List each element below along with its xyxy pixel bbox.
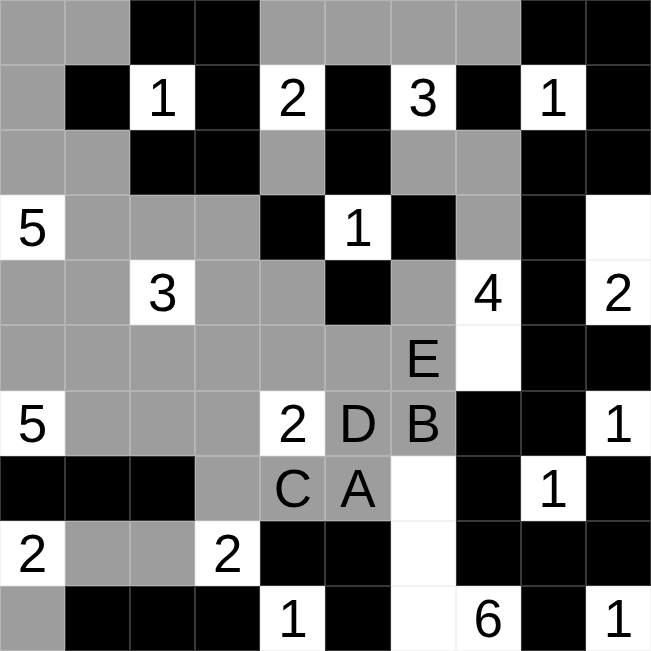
covered-cell[interactable] [65,130,130,195]
mine-cell [260,195,325,260]
number-cell: 2 [0,521,65,586]
covered-cell[interactable] [130,521,195,586]
covered-cell[interactable] [456,130,521,195]
number-cell: 5 [0,391,65,456]
mine-cell [521,0,586,65]
number-cell: 1 [260,586,325,651]
number-cell: 5 [0,195,65,260]
covered-cell[interactable] [325,0,390,65]
mine-cell [456,456,521,521]
mine-cell [586,521,651,586]
covered-cell[interactable] [325,325,390,390]
option-cell-a[interactable]: A [325,456,390,521]
covered-cell[interactable] [130,391,195,456]
covered-cell[interactable] [195,260,260,325]
revealed-empty-cell [391,521,456,586]
option-cell-d[interactable]: D [325,391,390,456]
number-cell: 2 [195,521,260,586]
mine-cell [456,521,521,586]
covered-cell[interactable] [0,325,65,390]
mine-cell [325,521,390,586]
covered-cell[interactable] [0,260,65,325]
mine-cell [586,0,651,65]
mine-cell [260,521,325,586]
covered-cell[interactable] [0,65,65,130]
covered-cell[interactable] [0,0,65,65]
number-cell: 1 [325,195,390,260]
mine-cell [130,456,195,521]
number-cell: 2 [260,391,325,456]
mine-cell [521,325,586,390]
covered-cell[interactable] [65,0,130,65]
mine-cell [456,391,521,456]
covered-cell[interactable] [65,260,130,325]
number-cell: 6 [456,586,521,651]
covered-cell[interactable] [195,195,260,260]
revealed-empty-cell [391,456,456,521]
mine-cell [586,325,651,390]
number-cell: 1 [521,456,586,521]
number-cell: 3 [391,65,456,130]
mine-cell [521,391,586,456]
covered-cell[interactable] [260,260,325,325]
mine-cell [521,586,586,651]
number-cell: 1 [130,65,195,130]
covered-cell[interactable] [391,260,456,325]
mine-cell [521,195,586,260]
covered-cell[interactable] [65,325,130,390]
mine-cell [195,65,260,130]
covered-cell[interactable] [260,130,325,195]
covered-cell[interactable] [456,0,521,65]
mine-cell [65,456,130,521]
covered-cell[interactable] [65,195,130,260]
number-cell: 2 [586,260,651,325]
number-cell: 3 [130,260,195,325]
mine-cell [325,65,390,130]
covered-cell[interactable] [456,195,521,260]
covered-cell[interactable] [195,391,260,456]
number-cell: 1 [586,391,651,456]
mine-cell [0,456,65,521]
covered-cell[interactable] [260,325,325,390]
mine-cell [521,130,586,195]
revealed-empty-cell [456,325,521,390]
mine-cell [456,65,521,130]
covered-cell[interactable] [391,130,456,195]
mine-cell [325,586,390,651]
option-cell-c[interactable]: C [260,456,325,521]
covered-cell[interactable] [195,325,260,390]
covered-cell[interactable] [65,391,130,456]
covered-cell[interactable] [260,0,325,65]
mine-cell [586,130,651,195]
option-cell-e[interactable]: E [391,325,456,390]
number-cell: 1 [521,65,586,130]
covered-cell[interactable] [195,456,260,521]
covered-cell[interactable] [65,521,130,586]
covered-cell[interactable] [130,195,195,260]
covered-cell[interactable] [0,130,65,195]
mine-cell [391,195,456,260]
mine-cell [325,130,390,195]
mine-cell [586,65,651,130]
mine-cell [130,0,195,65]
number-cell: 1 [586,586,651,651]
covered-cell[interactable] [130,325,195,390]
number-cell: 4 [456,260,521,325]
minesweeper-board: 123151342E52DB1CA122161 [0,0,651,651]
mine-cell [521,521,586,586]
mine-cell [586,456,651,521]
option-cell-b[interactable]: B [391,391,456,456]
mine-cell [65,586,130,651]
mine-cell [325,260,390,325]
covered-cell[interactable] [391,0,456,65]
mine-cell [521,260,586,325]
mine-cell [130,586,195,651]
revealed-empty-cell [586,195,651,260]
revealed-empty-cell [391,586,456,651]
mine-cell [195,130,260,195]
covered-cell[interactable] [0,586,65,651]
mine-cell [195,0,260,65]
mine-cell [130,130,195,195]
number-cell: 2 [260,65,325,130]
mine-cell [65,65,130,130]
mine-cell [195,586,260,651]
